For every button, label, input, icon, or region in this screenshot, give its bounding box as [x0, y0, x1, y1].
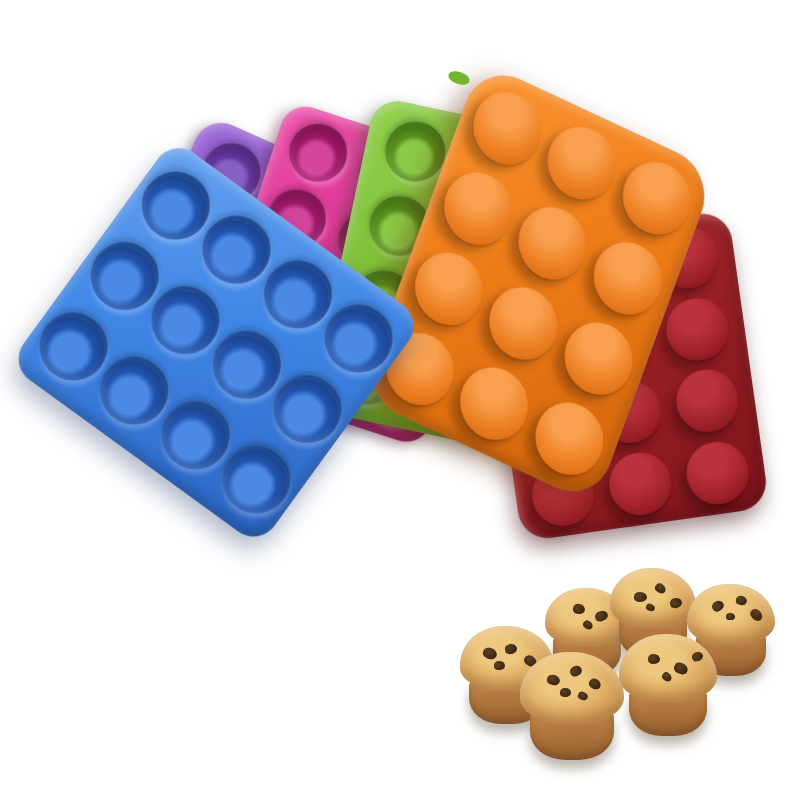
- chocolate-chip: [481, 646, 498, 661]
- chocolate-chip: [572, 603, 586, 615]
- chocolate-chip: [690, 650, 703, 662]
- muffin-cup-bump: [525, 391, 612, 487]
- muffin-cup-bump: [584, 230, 671, 326]
- chocolate-chip: [710, 599, 725, 614]
- chocolate-chip: [645, 603, 656, 613]
- muffin-cup-bump: [605, 448, 675, 518]
- muffin-cup-bump: [538, 115, 625, 211]
- chocolate-chip: [504, 643, 518, 655]
- product-photo-scene: [0, 0, 800, 800]
- chocolate-chip: [648, 654, 660, 664]
- muffin-front-center: [520, 652, 624, 758]
- chocolate-chip: [726, 613, 735, 620]
- chocolate-chip: [653, 581, 667, 595]
- chocolate-chip: [594, 609, 610, 623]
- muffin-cup-bump: [480, 276, 567, 372]
- muffin-cup-bump: [463, 80, 550, 176]
- chocolate-chip: [661, 671, 674, 684]
- muffin-cup-bump: [672, 366, 742, 436]
- chocolate-chip: [749, 607, 765, 623]
- chocolate-chip: [494, 661, 505, 670]
- green-tray-corner-sliver: [447, 69, 472, 87]
- muffin-right: [619, 634, 717, 734]
- chocolate-chip: [634, 592, 647, 602]
- muffin-cup-bump: [613, 150, 700, 246]
- muffin-cup-cavity: [282, 116, 355, 189]
- chocolate-chip: [560, 688, 571, 697]
- muffin-cup-bump: [682, 438, 752, 508]
- chocolate-chip: [587, 677, 602, 692]
- chocolate-chip: [672, 660, 689, 676]
- muffin-cup-bump: [554, 311, 641, 407]
- chocolate-chip: [568, 664, 583, 678]
- muffin-top: [619, 634, 717, 702]
- muffin-top: [520, 652, 624, 724]
- muffin-cup-bump: [450, 356, 537, 452]
- chocolate-chip: [581, 619, 594, 631]
- chocolate-chip: [669, 597, 683, 610]
- chocolate-chip: [546, 674, 561, 687]
- muffin-top: [610, 568, 696, 628]
- chocolate-chip: [577, 691, 589, 702]
- muffin-cup-bump: [509, 195, 596, 291]
- chocolate-chip: [735, 595, 748, 607]
- muffin-cup-bump: [662, 294, 732, 364]
- muffin-cup-bump: [434, 161, 521, 257]
